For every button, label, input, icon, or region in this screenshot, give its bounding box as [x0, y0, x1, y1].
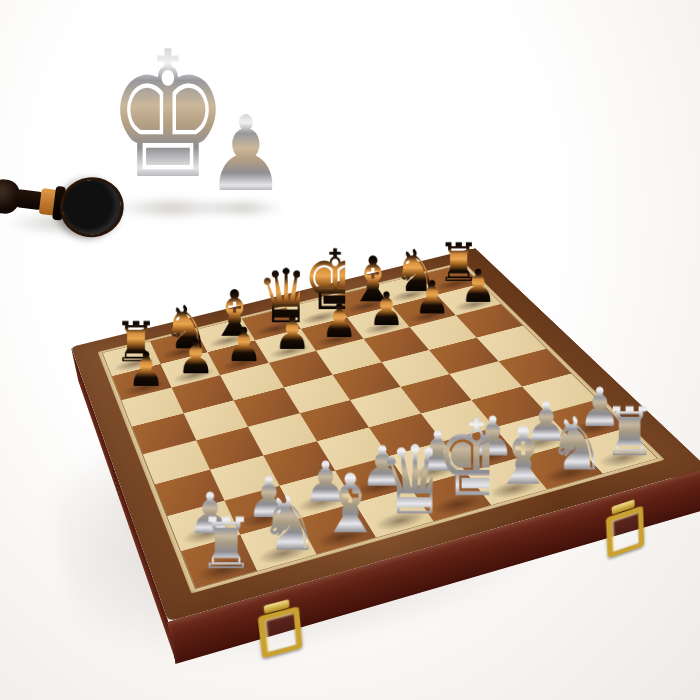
piece-white-rook: ♜ — [603, 398, 656, 465]
square-c6 — [220, 363, 283, 400]
chess-set-photo: ♚ ♟ ♜♞♝♛♚♝♞♜♟♟♟♟♟♟♟♟♟♟♟♟♟♟♟♟♜♞♝♛♚♝♞♜ — [0, 0, 700, 700]
square-h5 — [476, 326, 546, 362]
piece-white-rook: ♜ — [198, 508, 254, 579]
square-h7: ♟ — [436, 284, 501, 316]
square-g7: ♟ — [392, 295, 456, 327]
piece-black-bishop: ♝ — [209, 282, 252, 346]
piece-black-knight: ♞ — [162, 298, 205, 358]
piece-white-queen: ♛ — [377, 434, 432, 529]
square-e8: ♚ — [286, 297, 346, 329]
latch-loop — [257, 606, 302, 658]
piece-black-knight: ♞ — [393, 242, 435, 300]
square-f7: ♟ — [347, 306, 410, 339]
square-d6 — [268, 351, 332, 387]
square-d8: ♛ — [241, 308, 300, 341]
square-f8: ♝ — [331, 286, 392, 317]
square-g6 — [410, 315, 476, 349]
loose-silver-pawn: ♟ — [204, 102, 289, 206]
chess-board: ♜♞♝♛♚♝♞♜♟♟♟♟♟♟♟♟♟♟♟♟♟♟♟♟♜♞♝♛♚♝♞♜ — [71, 248, 700, 622]
square-g5 — [429, 338, 498, 374]
brass-latch-right — [605, 497, 642, 556]
square-c8: ♝ — [196, 319, 255, 352]
brass-latch-left — [256, 598, 300, 657]
square-a7: ♟ — [112, 364, 171, 400]
piece-black-queen: ♛ — [256, 259, 299, 334]
square-a8: ♜ — [103, 341, 160, 375]
square-g4 — [449, 361, 521, 400]
piece-black-pawn: ♟ — [124, 346, 169, 394]
piece-black-pawn: ♟ — [456, 264, 499, 310]
piece-black-bishop: ♝ — [348, 248, 390, 311]
square-g8: ♞ — [375, 275, 437, 306]
square-h6 — [456, 304, 523, 338]
piece-white-knight: ♞ — [547, 407, 600, 481]
piece-white-bishop: ♝ — [318, 463, 373, 545]
square-h8: ♜ — [418, 264, 480, 294]
piece-white-knight: ♞ — [259, 485, 315, 562]
square-c7: ♟ — [208, 340, 269, 375]
square-a6 — [122, 388, 183, 427]
piece-black-king: ♚ — [302, 239, 345, 322]
square-f6 — [363, 327, 429, 362]
square-e7: ♟ — [301, 317, 363, 351]
square-d7: ♟ — [254, 329, 316, 363]
piece-black-pawn: ♟ — [270, 310, 314, 357]
piece-black-pawn: ♟ — [173, 333, 218, 381]
square-b6 — [171, 375, 233, 413]
piece-black-pawn: ♟ — [222, 321, 267, 368]
piece-black-pawn: ♟ — [364, 286, 408, 332]
square-b8: ♞ — [150, 330, 208, 364]
piece-black-rook: ♜ — [437, 235, 479, 288]
square-f5 — [381, 350, 449, 387]
piece-black-pawn: ♟ — [317, 298, 361, 345]
square-b7: ♟ — [160, 352, 220, 388]
square-e6 — [316, 339, 381, 375]
piece-black-pawn: ♟ — [411, 275, 454, 321]
piece-black-rook: ♜ — [114, 314, 158, 370]
